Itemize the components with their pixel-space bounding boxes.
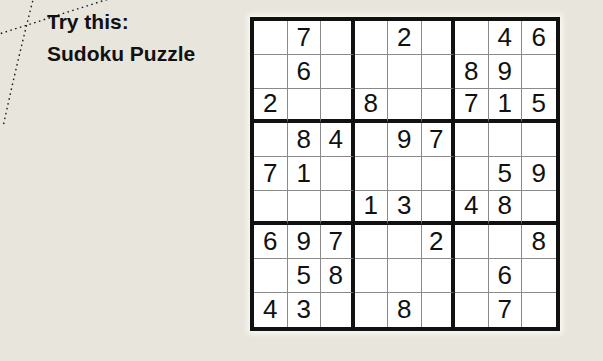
cell-r8c7[interactable] [455, 259, 489, 293]
cell-r8c9[interactable] [522, 259, 556, 293]
cell-r7c8[interactable] [489, 225, 523, 259]
cell-r2c5[interactable] [388, 55, 422, 89]
intro-text: Try this: Sudoku Puzzle [47, 6, 195, 70]
cell-r6c7[interactable]: 4 [455, 191, 489, 225]
cell-r6c2[interactable] [288, 191, 322, 225]
cell-r2c9[interactable] [522, 55, 556, 89]
cell-r3c8[interactable]: 1 [489, 89, 523, 123]
cell-r7c1[interactable]: 6 [254, 225, 288, 259]
cell-r3c3[interactable] [321, 89, 355, 123]
cell-r4c1[interactable] [254, 123, 288, 157]
cell-r5c6[interactable] [422, 157, 456, 191]
cell-r5c2[interactable]: 1 [288, 157, 322, 191]
cell-r1c5[interactable]: 2 [388, 21, 422, 55]
cell-r9c7[interactable] [455, 293, 489, 327]
cell-r8c2[interactable]: 5 [288, 259, 322, 293]
cell-r4c3[interactable]: 4 [321, 123, 355, 157]
cell-r5c4[interactable] [355, 157, 389, 191]
cell-r4c9[interactable] [522, 123, 556, 157]
cell-r9c9[interactable] [522, 293, 556, 327]
cell-r4c7[interactable] [455, 123, 489, 157]
cell-r2c2[interactable]: 6 [288, 55, 322, 89]
intro-line-1: Try this: [47, 6, 195, 38]
cell-r9c6[interactable] [422, 293, 456, 327]
cell-r4c6[interactable]: 7 [422, 123, 456, 157]
cell-r6c9[interactable] [522, 191, 556, 225]
cell-r7c9[interactable]: 8 [522, 225, 556, 259]
cell-r2c6[interactable] [422, 55, 456, 89]
cell-r5c7[interactable] [455, 157, 489, 191]
cell-r9c2[interactable]: 3 [288, 293, 322, 327]
cell-r2c1[interactable] [254, 55, 288, 89]
cell-r6c5[interactable]: 3 [388, 191, 422, 225]
cell-r3c7[interactable]: 7 [455, 89, 489, 123]
cell-r7c3[interactable]: 7 [321, 225, 355, 259]
cell-r8c8[interactable]: 6 [489, 259, 523, 293]
cell-r6c3[interactable] [321, 191, 355, 225]
cell-r5c9[interactable]: 9 [522, 157, 556, 191]
cell-r7c6[interactable]: 2 [422, 225, 456, 259]
cell-r6c1[interactable] [254, 191, 288, 225]
cell-r9c1[interactable]: 4 [254, 293, 288, 327]
cell-r8c3[interactable]: 8 [321, 259, 355, 293]
cell-r6c8[interactable]: 8 [489, 191, 523, 225]
cell-r2c4[interactable] [355, 55, 389, 89]
cell-r7c4[interactable] [355, 225, 389, 259]
sudoku-board[interactable]: 724668928715849771591348697285864387 [250, 17, 560, 331]
cell-r3c2[interactable] [288, 89, 322, 123]
cell-r2c3[interactable] [321, 55, 355, 89]
cell-r7c5[interactable] [388, 225, 422, 259]
cell-r8c5[interactable] [388, 259, 422, 293]
cell-r4c4[interactable] [355, 123, 389, 157]
cell-r4c5[interactable]: 9 [388, 123, 422, 157]
cell-r3c6[interactable] [422, 89, 456, 123]
cell-r1c2[interactable]: 7 [288, 21, 322, 55]
cell-r5c5[interactable] [388, 157, 422, 191]
cell-r9c5[interactable]: 8 [388, 293, 422, 327]
cell-r6c6[interactable] [422, 191, 456, 225]
cell-r3c5[interactable] [388, 89, 422, 123]
cell-r1c1[interactable] [254, 21, 288, 55]
cell-r9c8[interactable]: 7 [489, 293, 523, 327]
cell-r5c3[interactable] [321, 157, 355, 191]
cell-r5c1[interactable]: 7 [254, 157, 288, 191]
cell-r1c9[interactable]: 6 [522, 21, 556, 55]
cell-r3c9[interactable]: 5 [522, 89, 556, 123]
cell-r1c3[interactable] [321, 21, 355, 55]
intro-line-2: Sudoku Puzzle [47, 38, 195, 70]
sudoku-board-container: 724668928715849771591348697285864387 [250, 17, 560, 331]
cell-r1c8[interactable]: 4 [489, 21, 523, 55]
cell-r4c8[interactable] [489, 123, 523, 157]
cell-r3c1[interactable]: 2 [254, 89, 288, 123]
cell-r7c2[interactable]: 9 [288, 225, 322, 259]
cell-r1c7[interactable] [455, 21, 489, 55]
cell-r5c8[interactable]: 5 [489, 157, 523, 191]
cell-r7c7[interactable] [455, 225, 489, 259]
cell-r4c2[interactable]: 8 [288, 123, 322, 157]
cell-r1c4[interactable] [355, 21, 389, 55]
cell-r2c8[interactable]: 9 [489, 55, 523, 89]
dotted-curved-line [3, 0, 34, 127]
cell-r3c4[interactable]: 8 [355, 89, 389, 123]
cell-r9c4[interactable] [355, 293, 389, 327]
cell-r8c4[interactable] [355, 259, 389, 293]
cell-r2c7[interactable]: 8 [455, 55, 489, 89]
cell-r9c3[interactable] [321, 293, 355, 327]
cell-r6c4[interactable]: 1 [355, 191, 389, 225]
cell-r1c6[interactable] [422, 21, 456, 55]
cell-r8c1[interactable] [254, 259, 288, 293]
cell-r8c6[interactable] [422, 259, 456, 293]
